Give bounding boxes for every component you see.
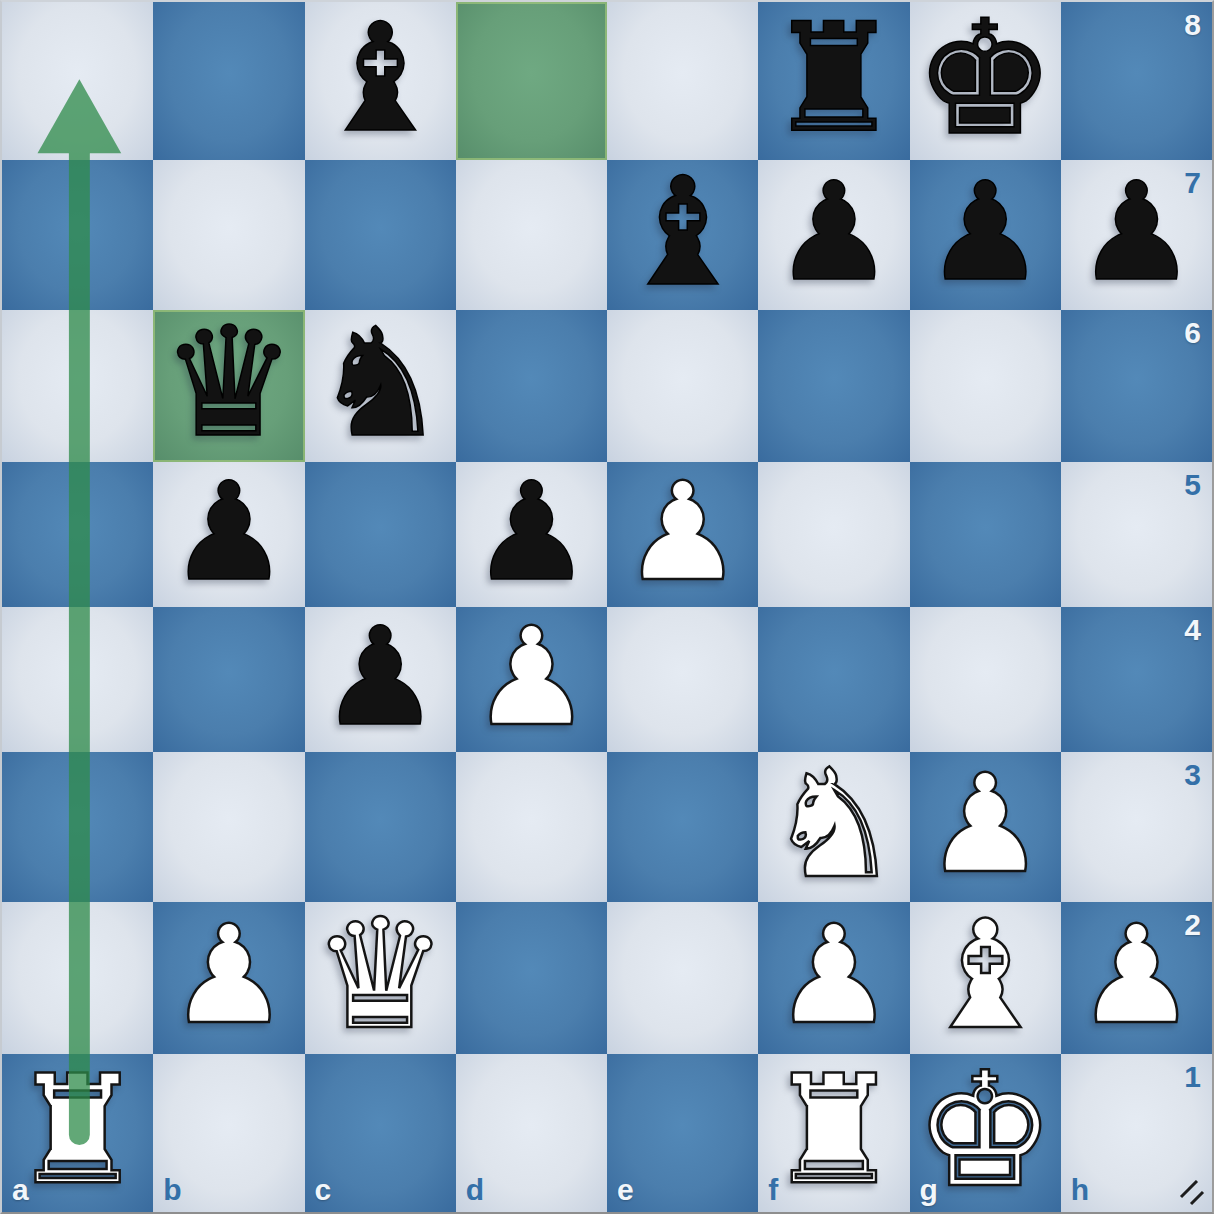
square-c8[interactable]: ♝ — [305, 2, 456, 160]
square-e4[interactable] — [607, 607, 758, 752]
square-g4[interactable] — [910, 607, 1061, 752]
square-b8[interactable] — [153, 2, 304, 160]
file-label-g: g — [920, 1175, 938, 1205]
square-d2[interactable] — [456, 902, 607, 1054]
black-pawn[interactable]: ♟ — [319, 609, 441, 745]
square-c2[interactable]: ♛ — [305, 902, 456, 1054]
square-h5[interactable]: 5 — [1061, 462, 1212, 607]
square-f7[interactable]: ♟ — [758, 160, 909, 310]
black-pawn[interactable]: ♟ — [470, 464, 592, 600]
square-d4[interactable]: ♟ — [456, 607, 607, 752]
square-g3[interactable]: ♟ — [910, 752, 1061, 902]
square-e7[interactable]: ♝ — [607, 160, 758, 310]
square-a5[interactable] — [2, 462, 153, 607]
file-label-d: d — [466, 1175, 484, 1205]
white-rook[interactable]: ♜ — [10, 1055, 144, 1205]
square-h4[interactable]: 4 — [1061, 607, 1212, 752]
square-e2[interactable] — [607, 902, 758, 1054]
file-label-b: b — [163, 1175, 181, 1205]
square-d8[interactable] — [456, 2, 607, 160]
square-d6[interactable] — [456, 310, 607, 462]
square-a1[interactable]: ♜a — [2, 1054, 153, 1212]
square-c6[interactable]: ♞ — [305, 310, 456, 462]
square-f4[interactable] — [758, 607, 909, 752]
square-b4[interactable] — [153, 607, 304, 752]
white-pawn[interactable]: ♟ — [622, 464, 744, 600]
file-label-a: a — [12, 1175, 29, 1205]
square-g8[interactable]: ♚ — [910, 2, 1061, 160]
square-e8[interactable] — [607, 2, 758, 160]
chess-board[interactable]: ♝♜♚8♝♟♟♟7♛♞6♟♟♟5♟♟4♞♟3♟♛♟♝♟2♜abcde♜f♚g1h — [0, 0, 1214, 1214]
rank-label-8: 8 — [1184, 10, 1201, 40]
square-a3[interactable] — [2, 752, 153, 902]
rank-label-4: 4 — [1184, 615, 1201, 645]
square-e3[interactable] — [607, 752, 758, 902]
square-b5[interactable]: ♟ — [153, 462, 304, 607]
black-pawn[interactable]: ♟ — [773, 164, 895, 300]
white-pawn[interactable]: ♟ — [924, 756, 1046, 892]
square-h2[interactable]: ♟2 — [1061, 902, 1212, 1054]
square-d3[interactable] — [456, 752, 607, 902]
rank-label-7: 7 — [1184, 168, 1201, 198]
black-pawn[interactable]: ♟ — [924, 164, 1046, 300]
square-g7[interactable]: ♟ — [910, 160, 1061, 310]
black-rook[interactable]: ♜ — [767, 3, 901, 153]
white-knight[interactable]: ♞ — [767, 749, 901, 899]
file-label-c: c — [315, 1175, 332, 1205]
square-b1[interactable]: b — [153, 1054, 304, 1212]
white-bishop[interactable]: ♝ — [918, 900, 1052, 1050]
square-b2[interactable]: ♟ — [153, 902, 304, 1054]
rank-label-3: 3 — [1184, 760, 1201, 790]
white-pawn[interactable]: ♟ — [168, 907, 290, 1043]
square-h7[interactable]: ♟7 — [1061, 160, 1212, 310]
square-d7[interactable] — [456, 160, 607, 310]
square-f6[interactable] — [758, 310, 909, 462]
black-queen[interactable]: ♛ — [161, 307, 297, 459]
black-pawn[interactable]: ♟ — [168, 464, 290, 600]
black-knight[interactable]: ♞ — [313, 308, 447, 458]
file-label-f: f — [768, 1175, 778, 1205]
square-g1[interactable]: ♚g — [910, 1054, 1061, 1212]
resize-handle-icon[interactable] — [1178, 1180, 1206, 1206]
white-pawn[interactable]: ♟ — [1075, 907, 1197, 1043]
square-b7[interactable] — [153, 160, 304, 310]
square-h8[interactable]: 8 — [1061, 2, 1212, 160]
square-a8[interactable] — [2, 2, 153, 160]
rank-label-5: 5 — [1184, 470, 1201, 500]
square-b6[interactable]: ♛ — [153, 310, 304, 462]
white-rook[interactable]: ♜ — [767, 1055, 901, 1205]
square-c4[interactable]: ♟ — [305, 607, 456, 752]
file-label-h: h — [1071, 1175, 1089, 1205]
square-a7[interactable] — [2, 160, 153, 310]
square-g6[interactable] — [910, 310, 1061, 462]
file-label-e: e — [617, 1175, 634, 1205]
square-c3[interactable] — [305, 752, 456, 902]
white-queen[interactable]: ♛ — [312, 899, 448, 1051]
square-g2[interactable]: ♝ — [910, 902, 1061, 1054]
square-f1[interactable]: ♜f — [758, 1054, 909, 1212]
square-a6[interactable] — [2, 310, 153, 462]
square-c7[interactable] — [305, 160, 456, 310]
rank-label-1: 1 — [1184, 1062, 1201, 1092]
square-b3[interactable] — [153, 752, 304, 902]
white-pawn[interactable]: ♟ — [470, 609, 592, 745]
square-d1[interactable]: d — [456, 1054, 607, 1212]
square-f2[interactable]: ♟ — [758, 902, 909, 1054]
square-a2[interactable] — [2, 902, 153, 1054]
black-pawn[interactable]: ♟ — [1075, 164, 1197, 300]
square-a4[interactable] — [2, 607, 153, 752]
square-e6[interactable] — [607, 310, 758, 462]
rank-label-2: 2 — [1184, 910, 1201, 940]
black-bishop[interactable]: ♝ — [313, 3, 447, 153]
square-c1[interactable]: c — [305, 1054, 456, 1212]
white-pawn[interactable]: ♟ — [773, 907, 895, 1043]
square-h3[interactable]: 3 — [1061, 752, 1212, 902]
rank-label-6: 6 — [1184, 318, 1201, 348]
square-f8[interactable]: ♜ — [758, 2, 909, 160]
square-f5[interactable] — [758, 462, 909, 607]
square-e1[interactable]: e — [607, 1054, 758, 1212]
square-g5[interactable] — [910, 462, 1061, 607]
square-h6[interactable]: 6 — [1061, 310, 1212, 462]
black-king[interactable]: ♚ — [914, 0, 1056, 157]
square-f3[interactable]: ♞ — [758, 752, 909, 902]
square-c5[interactable] — [305, 462, 456, 607]
square-e5[interactable]: ♟ — [607, 462, 758, 607]
black-bishop[interactable]: ♝ — [615, 157, 749, 307]
square-d5[interactable]: ♟ — [456, 462, 607, 607]
